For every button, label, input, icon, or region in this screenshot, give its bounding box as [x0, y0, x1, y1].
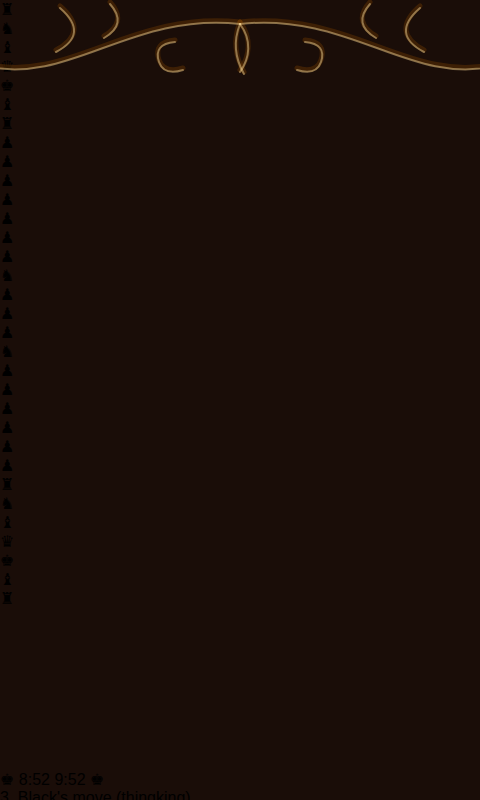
white-rook: ♜	[0, 476, 14, 493]
black-pawn: ♟	[0, 153, 14, 170]
white-pawn: ♟	[0, 400, 14, 417]
square-d4[interactable]: ♟	[0, 304, 480, 323]
black-pawn: ♟	[0, 191, 14, 208]
square-e2[interactable]: ♟	[0, 399, 480, 418]
piece-base	[0, 664, 44, 690]
white-pawn: ♟	[0, 362, 14, 379]
chess-board: ♜♞♝♛♚♝♜♟♟♟♟♟♟♟♞♟♟♟♞♟♟♟♟♟♟♜♞♝♛♚♝♜	[0, 0, 480, 608]
square-d1[interactable]: ♛	[0, 532, 480, 551]
chess-app-screen: ♜♞♝♛♚♝♜♟♟♟♟♟♟♟♞♟♟♟♞♟♟♟♟♟♟♜♞♝♛♚♝♜ ♚ 8:52 …	[0, 0, 480, 800]
white-clock: 8:52	[19, 771, 50, 788]
square-f7[interactable]: ♟	[0, 228, 480, 247]
square-f6[interactable]: ♞	[0, 266, 480, 285]
white-pawn: ♟	[0, 324, 14, 341]
white-king: ♚	[0, 552, 14, 569]
white-pawn: ♟	[0, 305, 14, 322]
square-c3[interactable]: ♟	[0, 323, 480, 342]
black-pawn: ♟	[0, 134, 14, 151]
clock-status-bar: ♚ 8:52 9:52 ♚	[0, 770, 480, 789]
square-b7[interactable]: ♟	[0, 152, 480, 171]
square-h6[interactable]: ♟	[0, 285, 480, 304]
wood-carving-flourish	[0, 0, 480, 84]
background-3d-board-photo	[0, 608, 480, 770]
black-pawn: ♟	[0, 229, 14, 246]
black-knight: ♞	[0, 267, 14, 284]
move-status-banner: 3. Black's move (thingking)	[0, 789, 480, 800]
white-bishop: ♝	[0, 514, 14, 531]
white-pawn: ♟	[0, 457, 14, 474]
piece-base	[0, 690, 62, 718]
square-g7[interactable]: ♟	[0, 247, 480, 266]
black-pawn: ♟	[0, 172, 14, 189]
black-clock: 9:52	[54, 771, 85, 788]
square-f3[interactable]: ♞	[0, 342, 480, 361]
move-status-text: 3. Black's move (thingking)	[0, 789, 191, 800]
square-h1[interactable]: ♜	[0, 589, 480, 608]
white-pawn: ♟	[0, 419, 14, 436]
square-c1[interactable]: ♝	[0, 513, 480, 532]
piece-base	[0, 718, 66, 744]
white-king-clock-icon: ♚	[0, 771, 14, 788]
white-knight: ♞	[0, 343, 14, 360]
decorative-wood-header	[0, 0, 480, 84]
square-b2[interactable]: ♟	[0, 380, 480, 399]
white-knight: ♞	[0, 495, 14, 512]
square-b1[interactable]: ♞	[0, 494, 480, 513]
square-a7[interactable]: ♟	[0, 133, 480, 152]
white-bishop: ♝	[0, 571, 14, 588]
black-pawn: ♟	[0, 286, 14, 303]
white-rook: ♜	[0, 590, 14, 607]
piece-base	[0, 744, 56, 770]
white-pawn: ♟	[0, 381, 14, 398]
black-rook: ♜	[0, 115, 14, 132]
black-pawn: ♟	[0, 248, 14, 265]
black-bishop: ♝	[0, 96, 14, 113]
piece-base	[0, 608, 62, 634]
piece-base	[0, 634, 104, 664]
square-d7[interactable]: ♟	[0, 190, 480, 209]
square-f2[interactable]: ♟	[0, 418, 480, 437]
square-f1[interactable]: ♝	[0, 570, 480, 589]
square-a2[interactable]: ♟	[0, 361, 480, 380]
square-h8[interactable]: ♜	[0, 114, 480, 133]
square-h2[interactable]: ♟	[0, 456, 480, 475]
square-g2[interactable]: ♟	[0, 437, 480, 456]
white-pawn: ♟	[0, 438, 14, 455]
square-f8[interactable]: ♝	[0, 95, 480, 114]
black-pawn: ♟	[0, 210, 14, 227]
black-king-clock-icon: ♚	[90, 771, 104, 788]
square-e1[interactable]: ♚	[0, 551, 480, 570]
square-c7[interactable]: ♟	[0, 171, 480, 190]
white-queen: ♛	[0, 533, 14, 550]
square-e7[interactable]: ♟	[0, 209, 480, 228]
square-a1[interactable]: ♜	[0, 475, 480, 494]
